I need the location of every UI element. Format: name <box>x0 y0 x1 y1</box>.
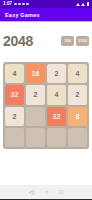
board[interactable]: 41624322422328 <box>3 62 89 149</box>
tile-2: 2 <box>5 107 24 126</box>
home-icon[interactable]: ○ <box>45 185 49 199</box>
wifi-icon <box>81 3 85 6</box>
empty-cell <box>68 128 87 147</box>
notification-icons <box>14 3 29 6</box>
tile-8: 8 <box>68 107 87 126</box>
score-box: 324 <box>61 36 74 46</box>
tile-32: 32 <box>47 107 66 126</box>
notification-icon <box>18 3 21 6</box>
tile-32: 32 <box>5 85 24 104</box>
best-score-box: 3192 <box>76 36 89 46</box>
empty-cell <box>5 128 24 147</box>
signal-icon <box>76 3 80 6</box>
back-icon[interactable]: ◁ <box>29 185 34 199</box>
empty-cell <box>26 107 45 126</box>
game-header: 2048 324 3192 <box>0 32 92 50</box>
clock: 1:07 <box>3 0 12 8</box>
game-title: 2048 <box>3 33 33 49</box>
recents-icon[interactable]: □ <box>59 185 63 199</box>
tile-16: 16 <box>26 64 45 83</box>
screen-edge <box>0 199 92 200</box>
tile-2: 2 <box>68 85 87 104</box>
tile-4: 4 <box>47 85 66 104</box>
score-panel: 324 3192 <box>61 36 89 46</box>
tile-2: 2 <box>47 64 66 83</box>
status-right-icons <box>76 2 90 7</box>
tile-4: 4 <box>68 64 87 83</box>
tile-4: 4 <box>5 64 24 83</box>
app-title: Easy Games <box>5 12 40 18</box>
empty-cell <box>47 128 66 147</box>
battery-icon <box>87 2 90 7</box>
app-bar: Easy Games <box>0 8 92 22</box>
status-bar: 1:07 <box>0 0 92 8</box>
tile-2: 2 <box>26 85 45 104</box>
notification-icon <box>26 3 29 6</box>
empty-cell <box>26 128 45 147</box>
notification-icon <box>22 3 25 6</box>
notification-icon <box>14 3 17 6</box>
nav-bar: ◁ ○ □ <box>0 185 92 199</box>
